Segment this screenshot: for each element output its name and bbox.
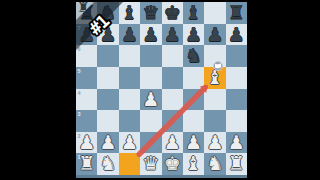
square-c5[interactable] [119, 67, 140, 89]
piece-black-pawn-g7[interactable]: ♟ [204, 24, 225, 46]
piece-black-pawn-f7[interactable]: ♟ [183, 24, 204, 46]
square-b4[interactable] [97, 89, 118, 111]
piece-black-pawn-a7[interactable]: ♟ [76, 24, 97, 46]
square-g4[interactable] [204, 89, 225, 111]
square-h4[interactable] [226, 89, 247, 111]
square-g3[interactable] [204, 110, 225, 132]
square-e6[interactable] [162, 45, 183, 67]
piece-white-pawn-d4[interactable]: ♟ [140, 89, 161, 111]
square-d5[interactable] [140, 67, 161, 89]
square-d3[interactable] [140, 110, 161, 132]
piece-black-knight-f6[interactable]: ♞ [183, 45, 204, 67]
piece-black-pawn-b7[interactable]: ♟ [97, 24, 118, 46]
piece-black-pawn-d7[interactable]: ♟ [140, 24, 161, 46]
square-c1[interactable] [119, 153, 140, 175]
square-f5[interactable] [183, 67, 204, 89]
square-c6[interactable] [119, 45, 140, 67]
video-frame: ♜ #1 87654321♜♞♝♛♚♝♜♟♟♟♟♟♟♟♟♞♝♟♟♟♟♟♟♟♟♜♞… [0, 0, 320, 180]
piece-white-king-e1[interactable]: ♚ [162, 153, 183, 175]
piece-white-pawn-c2[interactable]: ♟ [119, 132, 140, 154]
piece-white-bishop-f1[interactable]: ♝ [183, 153, 204, 175]
book-move-badge-icon [213, 61, 223, 71]
square-c3[interactable] [119, 110, 140, 132]
piece-black-queen-d8[interactable]: ♛ [140, 2, 161, 24]
chess-board[interactable]: ♜ #1 87654321♜♞♝♛♚♝♜♟♟♟♟♟♟♟♟♞♝♟♟♟♟♟♟♟♟♜♞… [76, 2, 247, 175]
piece-black-rook-a8[interactable]: ♜ [76, 2, 97, 24]
piece-white-knight-b1[interactable]: ♞ [97, 153, 118, 175]
square-f3[interactable] [183, 110, 204, 132]
piece-white-knight-g1[interactable]: ♞ [204, 153, 225, 175]
piece-white-pawn-f2[interactable]: ♟ [183, 132, 204, 154]
piece-black-bishop-c8[interactable]: ♝ [119, 2, 140, 24]
piece-black-pawn-h7[interactable]: ♟ [226, 24, 247, 46]
rank-label-5: 5 [78, 68, 81, 74]
square-f4[interactable] [183, 89, 204, 111]
piece-black-pawn-e7[interactable]: ♟ [162, 24, 183, 46]
piece-white-rook-h1[interactable]: ♜ [226, 153, 247, 175]
piece-black-bishop-f8[interactable]: ♝ [183, 2, 204, 24]
piece-white-pawn-a2[interactable]: ♟ [76, 132, 97, 154]
piece-white-pawn-e2[interactable]: ♟ [162, 132, 183, 154]
square-h3[interactable] [226, 110, 247, 132]
square-b6[interactable] [97, 45, 118, 67]
square-c4[interactable] [119, 89, 140, 111]
square-e3[interactable] [162, 110, 183, 132]
piece-white-queen-d1[interactable]: ♛ [140, 153, 161, 175]
square-e4[interactable] [162, 89, 183, 111]
piece-white-pawn-h2[interactable]: ♟ [226, 132, 247, 154]
square-h5[interactable] [226, 67, 247, 89]
rank-label-3: 3 [78, 111, 81, 117]
rank-label-4: 4 [78, 90, 81, 96]
piece-white-rook-a1[interactable]: ♜ [76, 153, 97, 175]
square-h6[interactable] [226, 45, 247, 67]
board-bottom-edge [76, 175, 247, 178]
square-b5[interactable] [97, 67, 118, 89]
piece-white-pawn-b2[interactable]: ♟ [97, 132, 118, 154]
square-g8[interactable] [204, 2, 225, 24]
piece-white-pawn-g2[interactable]: ♟ [204, 132, 225, 154]
square-d2[interactable] [140, 132, 161, 154]
piece-black-rook-h8[interactable]: ♜ [226, 2, 247, 24]
piece-black-pawn-c7[interactable]: ♟ [119, 24, 140, 46]
square-e5[interactable] [162, 67, 183, 89]
rank-label-6: 6 [78, 46, 81, 52]
piece-black-knight-b8[interactable]: ♞ [97, 2, 118, 24]
square-b3[interactable] [97, 110, 118, 132]
piece-black-king-e8[interactable]: ♚ [162, 2, 183, 24]
square-d6[interactable] [140, 45, 161, 67]
